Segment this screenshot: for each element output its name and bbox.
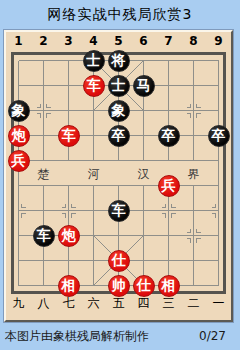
- board-point[interactable]: [131, 248, 156, 273]
- board-point[interactable]: [6, 48, 31, 73]
- board-point[interactable]: [181, 173, 206, 198]
- board-point[interactable]: [206, 98, 231, 123]
- red-elephant[interactable]: 相: [158, 275, 180, 297]
- board-point[interactable]: [56, 48, 81, 73]
- board-point[interactable]: 马: [131, 73, 156, 98]
- board-point[interactable]: [81, 223, 106, 248]
- red-chariot[interactable]: 车: [58, 125, 80, 147]
- board-point[interactable]: [81, 198, 106, 223]
- board-point[interactable]: [156, 248, 181, 273]
- board-point[interactable]: [106, 173, 131, 198]
- board-point[interactable]: [131, 173, 156, 198]
- board-point[interactable]: 相: [156, 273, 181, 298]
- black-soldier[interactable]: 卒: [108, 125, 130, 147]
- board-point[interactable]: [131, 123, 156, 148]
- board-point[interactable]: 炮: [56, 223, 81, 248]
- xiangqi-board: 士将车士马象象炮车卒卒卒兵兵车车炮仕相帅仕相: [6, 48, 231, 298]
- board-point[interactable]: [181, 223, 206, 248]
- red-general[interactable]: 帅: [108, 275, 130, 297]
- black-advisor[interactable]: 士: [83, 50, 105, 72]
- board-point[interactable]: [56, 173, 81, 198]
- black-general[interactable]: 将: [108, 50, 130, 72]
- board-point[interactable]: [81, 123, 106, 148]
- board-point[interactable]: [131, 223, 156, 248]
- board-point[interactable]: [206, 173, 231, 198]
- file-label-top: 5: [106, 34, 131, 48]
- board-point[interactable]: [181, 123, 206, 148]
- board-panel: 123456789 楚河汉界 士将车士马象象炮车卒卒卒兵兵车车炮仕相帅仕相 九八…: [4, 30, 233, 322]
- file-label-top: 1: [6, 34, 31, 48]
- page-title: 网络实战中残局欣赏3: [0, 0, 240, 30]
- board-point[interactable]: [156, 73, 181, 98]
- board-point[interactable]: [6, 273, 31, 298]
- board-point[interactable]: [206, 198, 231, 223]
- red-cannon[interactable]: 炮: [58, 225, 80, 247]
- board-point[interactable]: [6, 198, 31, 223]
- red-soldier[interactable]: 兵: [8, 150, 30, 172]
- board-point[interactable]: [81, 173, 106, 198]
- board-point[interactable]: [106, 148, 131, 173]
- board-point[interactable]: [31, 148, 56, 173]
- black-elephant[interactable]: 象: [8, 100, 30, 122]
- board-point[interactable]: [206, 248, 231, 273]
- board-point[interactable]: 仕: [131, 273, 156, 298]
- board-point[interactable]: [206, 273, 231, 298]
- board-point[interactable]: 卒: [206, 123, 231, 148]
- board-point[interactable]: [56, 98, 81, 123]
- board-point[interactable]: [56, 198, 81, 223]
- board-point[interactable]: [131, 198, 156, 223]
- board-point[interactable]: 将: [106, 48, 131, 73]
- board-point[interactable]: 车: [81, 73, 106, 98]
- board-point[interactable]: [181, 248, 206, 273]
- black-chariot[interactable]: 车: [108, 200, 130, 222]
- file-label-top: 2: [31, 34, 56, 48]
- red-advisor[interactable]: 仕: [133, 275, 155, 297]
- board-point[interactable]: [56, 248, 81, 273]
- file-label-top: 4: [81, 34, 106, 48]
- red-elephant[interactable]: 相: [58, 275, 80, 297]
- board-point[interactable]: [156, 48, 181, 73]
- board-point[interactable]: 兵: [6, 148, 31, 173]
- board-point[interactable]: [131, 98, 156, 123]
- board-point[interactable]: [6, 73, 31, 98]
- board-point[interactable]: [81, 148, 106, 173]
- board-point[interactable]: [31, 48, 56, 73]
- board-point[interactable]: [6, 223, 31, 248]
- file-label-top: 7: [156, 34, 181, 48]
- board-point[interactable]: [181, 148, 206, 173]
- board-point[interactable]: 帅: [106, 273, 131, 298]
- board-point[interactable]: [106, 223, 131, 248]
- board-point[interactable]: [81, 248, 106, 273]
- move-counter: 0/27: [199, 329, 226, 343]
- board-point[interactable]: [181, 73, 206, 98]
- board-point[interactable]: [156, 198, 181, 223]
- black-horse[interactable]: 马: [133, 75, 155, 97]
- board-point[interactable]: [181, 48, 206, 73]
- board-point[interactable]: [6, 248, 31, 273]
- black-advisor[interactable]: 士: [108, 75, 130, 97]
- board-point[interactable]: 车: [106, 198, 131, 223]
- board-point[interactable]: [31, 248, 56, 273]
- red-chariot[interactable]: 车: [83, 75, 105, 97]
- board-point[interactable]: [31, 173, 56, 198]
- red-soldier[interactable]: 兵: [158, 175, 180, 197]
- board-point[interactable]: 兵: [156, 173, 181, 198]
- board-point[interactable]: [6, 173, 31, 198]
- black-chariot[interactable]: 车: [33, 225, 55, 247]
- board-point[interactable]: [206, 223, 231, 248]
- board-point[interactable]: [131, 148, 156, 173]
- board-point[interactable]: [181, 98, 206, 123]
- board-point[interactable]: [156, 223, 181, 248]
- file-label-top: 9: [206, 34, 231, 48]
- board-point[interactable]: 卒: [106, 123, 131, 148]
- black-soldier[interactable]: 卒: [208, 125, 230, 147]
- red-cannon[interactable]: 炮: [8, 125, 30, 147]
- footer-caption: 本图片由象棋残局解析制作: [5, 328, 149, 345]
- board-point[interactable]: [206, 48, 231, 73]
- board-point[interactable]: 车: [31, 223, 56, 248]
- board-point[interactable]: [31, 98, 56, 123]
- board-point[interactable]: [56, 148, 81, 173]
- board-point[interactable]: [156, 98, 181, 123]
- board-point[interactable]: [81, 98, 106, 123]
- board-point[interactable]: [31, 273, 56, 298]
- board-point[interactable]: [56, 73, 81, 98]
- file-label-top: 6: [131, 34, 156, 48]
- board-point[interactable]: [31, 73, 56, 98]
- board-point[interactable]: [81, 273, 106, 298]
- red-advisor[interactable]: 仕: [108, 250, 130, 272]
- board-point[interactable]: [131, 48, 156, 73]
- board-point[interactable]: 相: [56, 273, 81, 298]
- board-point[interactable]: 士: [81, 48, 106, 73]
- footer-bar: 本图片由象棋残局解析制作 0/27: [0, 322, 240, 350]
- board-point[interactable]: [206, 73, 231, 98]
- board-wrap: 123456789 楚河汉界 士将车士马象象炮车卒卒卒兵兵车车炮仕相帅仕相 九八…: [6, 32, 231, 320]
- board-point[interactable]: 炮: [6, 123, 31, 148]
- board-point[interactable]: 士: [106, 73, 131, 98]
- board-point[interactable]: 象: [6, 98, 31, 123]
- board-point[interactable]: [181, 198, 206, 223]
- board-point[interactable]: 车: [56, 123, 81, 148]
- black-soldier[interactable]: 卒: [158, 125, 180, 147]
- board-point[interactable]: [156, 148, 181, 173]
- board-point[interactable]: [31, 123, 56, 148]
- board-point[interactable]: 象: [106, 98, 131, 123]
- file-label-top: 8: [181, 34, 206, 48]
- board-point[interactable]: 卒: [156, 123, 181, 148]
- file-label-top: 3: [56, 34, 81, 48]
- board-point[interactable]: [31, 198, 56, 223]
- board-point[interactable]: 仕: [106, 248, 131, 273]
- black-elephant[interactable]: 象: [108, 100, 130, 122]
- board-point[interactable]: [206, 148, 231, 173]
- board-point[interactable]: [181, 273, 206, 298]
